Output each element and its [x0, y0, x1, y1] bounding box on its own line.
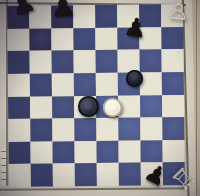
square-h6[interactable]	[162, 49, 184, 72]
square-a1[interactable]	[9, 164, 31, 187]
square-c3[interactable]	[52, 118, 74, 141]
square-h5[interactable]	[162, 72, 184, 95]
square-b5[interactable]	[30, 73, 52, 96]
square-e7[interactable]	[95, 27, 117, 50]
square-c5[interactable]	[52, 73, 74, 96]
square-a3[interactable]	[8, 119, 30, 142]
square-d2[interactable]	[74, 141, 96, 164]
square-h2[interactable]	[162, 140, 184, 163]
black-pawn-f5[interactable]	[126, 70, 143, 87]
square-c7[interactable]	[51, 28, 73, 51]
square-e8[interactable]	[95, 5, 117, 28]
square-e2[interactable]	[96, 141, 118, 164]
square-b2[interactable]	[30, 141, 52, 164]
square-b6[interactable]	[30, 51, 52, 74]
square-f2[interactable]	[118, 140, 140, 163]
square-d6[interactable]	[74, 50, 96, 73]
square-d1[interactable]	[75, 163, 97, 186]
square-e1[interactable]	[97, 163, 119, 186]
square-a6[interactable]	[8, 51, 30, 74]
square-a7[interactable]	[7, 28, 29, 51]
square-g5[interactable]	[140, 72, 162, 95]
chessboard-photo: ♟♟♟♙♟♖	[0, 0, 200, 196]
square-a2[interactable]	[8, 141, 30, 164]
square-e6[interactable]	[96, 50, 118, 73]
square-b7[interactable]	[29, 28, 51, 51]
square-c4[interactable]	[52, 96, 74, 119]
square-h7[interactable]	[161, 27, 183, 50]
square-h3[interactable]	[162, 117, 184, 140]
black-pawn-d4[interactable]	[78, 96, 99, 117]
square-d5[interactable]	[74, 73, 96, 96]
square-f1[interactable]	[119, 163, 141, 186]
square-b1[interactable]	[31, 164, 53, 187]
square-g6[interactable]	[140, 50, 162, 73]
square-b4[interactable]	[30, 96, 52, 119]
square-g4[interactable]	[140, 95, 162, 118]
square-f6[interactable]	[118, 50, 140, 73]
white-pawn-e4[interactable]	[103, 98, 122, 117]
square-a4[interactable]	[8, 96, 30, 119]
square-g3[interactable]	[140, 117, 162, 140]
square-c2[interactable]	[52, 141, 74, 164]
square-h4[interactable]	[162, 95, 184, 118]
square-c6[interactable]	[52, 50, 74, 73]
square-e3[interactable]	[96, 118, 118, 141]
white-pawn-h8[interactable]: ♙	[164, 0, 193, 24]
black-pawn-c8[interactable]: ♟	[48, 0, 78, 22]
square-d3[interactable]	[74, 118, 96, 141]
frame-seam-right-outer	[196, 0, 197, 196]
square-a5[interactable]	[8, 74, 30, 97]
black-pawn-f7[interactable]: ♟	[121, 13, 150, 42]
square-e5[interactable]	[96, 73, 118, 96]
square-b3[interactable]	[30, 119, 52, 142]
square-f3[interactable]	[118, 118, 140, 141]
square-c1[interactable]	[53, 164, 75, 187]
square-d7[interactable]	[73, 28, 95, 51]
